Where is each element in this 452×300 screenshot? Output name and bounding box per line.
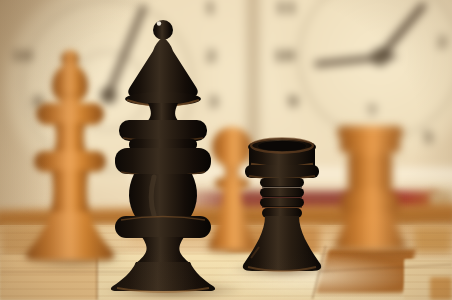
right-dial-hub — [372, 49, 388, 65]
clock-numeral: 1 — [205, 0, 215, 17]
clock-numeral: 5 — [423, 129, 433, 147]
clock-numeral: 10 — [274, 47, 295, 65]
clock-numeral: 11 — [276, 0, 297, 17]
photo-scene: 10 8 1 2 3 11 10 9 7 2 5 — [0, 0, 452, 300]
white-rook-piece — [334, 124, 406, 252]
white-king-piece — [24, 48, 116, 264]
black-rook-piece — [238, 136, 326, 274]
black-king-piece — [107, 17, 219, 293]
clock-numeral: 2 — [437, 33, 447, 51]
clock-numeral: 9 — [288, 93, 298, 111]
clock-numeral: 7 — [367, 103, 377, 121]
